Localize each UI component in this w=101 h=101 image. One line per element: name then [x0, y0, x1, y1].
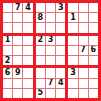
cell-r1c3[interactable]: 4 [23, 3, 32, 12]
cell-r7c2[interactable]: 9 [13, 68, 22, 77]
cell-r3c2[interactable] [13, 23, 22, 32]
cell-r1c8[interactable] [79, 3, 88, 12]
cell-r2c3[interactable] [23, 13, 32, 22]
cell-r5c1[interactable] [3, 46, 12, 55]
cell-r8c3[interactable] [23, 79, 32, 88]
cell-r3c6[interactable] [56, 23, 65, 32]
cell-r2c4[interactable]: 8 [36, 13, 45, 22]
cell-r5c7[interactable] [68, 46, 77, 55]
cell-r6c1[interactable]: 2 [3, 56, 12, 65]
cell-r9c1[interactable] [3, 89, 12, 98]
cell-r4c3[interactable] [23, 36, 32, 45]
cell-r5c6[interactable] [56, 46, 65, 55]
box-8: 745 [36, 68, 66, 98]
cell-r1c2[interactable]: 7 [13, 3, 22, 12]
cell-r5c8[interactable]: 7 [79, 46, 88, 55]
cell-r6c2[interactable] [13, 56, 22, 65]
cell-r9c3[interactable] [23, 89, 32, 98]
cell-r4c2[interactable] [13, 36, 22, 45]
cell-r7c7[interactable]: 3 [68, 68, 77, 77]
cell-r4c8[interactable] [79, 36, 88, 45]
cell-r2c1[interactable] [3, 13, 12, 22]
cell-r3c8[interactable] [79, 23, 88, 32]
cell-r8c9[interactable] [89, 79, 98, 88]
cell-r4c4[interactable]: 2 [36, 36, 45, 45]
cell-r7c5[interactable] [46, 68, 55, 77]
cell-r1c5[interactable] [46, 3, 55, 12]
cell-r5c5[interactable] [46, 46, 55, 55]
box-3: 1 [68, 3, 98, 33]
cell-r2c8[interactable] [79, 13, 88, 22]
cell-r1c6[interactable]: 3 [56, 3, 65, 12]
cell-r3c1[interactable] [3, 23, 12, 32]
cell-r5c2[interactable] [13, 46, 22, 55]
cell-r1c1[interactable] [3, 3, 12, 12]
cell-r6c5[interactable] [46, 56, 55, 65]
cell-r9c6[interactable] [56, 89, 65, 98]
box-2: 38 [36, 3, 66, 33]
sudoku-board: 74381122376697453 [0, 0, 101, 101]
cell-r3c4[interactable] [36, 23, 45, 32]
cell-r5c3[interactable] [23, 46, 32, 55]
box-5: 23 [36, 36, 66, 66]
box-7: 69 [3, 68, 33, 98]
cell-r7c4[interactable] [36, 68, 45, 77]
cell-r7c6[interactable] [56, 68, 65, 77]
cell-r1c4[interactable] [36, 3, 45, 12]
box-6: 76 [68, 36, 98, 66]
cell-r8c4[interactable] [36, 79, 45, 88]
cell-r3c5[interactable] [46, 23, 55, 32]
cell-r9c5[interactable] [46, 89, 55, 98]
cell-r3c7[interactable] [68, 23, 77, 32]
box-9: 3 [68, 68, 98, 98]
cell-r9c7[interactable] [68, 89, 77, 98]
cell-r6c9[interactable] [89, 56, 98, 65]
cell-r7c8[interactable] [79, 68, 88, 77]
cell-r6c4[interactable] [36, 56, 45, 65]
cell-r4c1[interactable]: 1 [3, 36, 12, 45]
box-4: 12 [3, 36, 33, 66]
cell-r7c3[interactable] [23, 68, 32, 77]
cell-r2c2[interactable] [13, 13, 22, 22]
cell-r8c1[interactable] [3, 79, 12, 88]
cell-r8c2[interactable] [13, 79, 22, 88]
cell-r7c9[interactable] [89, 68, 98, 77]
cell-r5c4[interactable] [36, 46, 45, 55]
cell-r3c3[interactable] [23, 23, 32, 32]
cell-r4c9[interactable] [89, 36, 98, 45]
cell-r6c3[interactable] [23, 56, 32, 65]
cell-r1c7[interactable] [68, 3, 77, 12]
cell-r6c7[interactable] [68, 56, 77, 65]
box-1: 74 [3, 3, 33, 33]
cell-r8c6[interactable]: 4 [56, 79, 65, 88]
cell-r8c7[interactable] [68, 79, 77, 88]
cell-r4c6[interactable] [56, 36, 65, 45]
cell-r4c5[interactable]: 3 [46, 36, 55, 45]
cell-r4c7[interactable] [68, 36, 77, 45]
cell-r9c9[interactable] [89, 89, 98, 98]
cell-r2c6[interactable] [56, 13, 65, 22]
cell-r9c8[interactable] [79, 89, 88, 98]
cell-r9c2[interactable] [13, 89, 22, 98]
cell-r3c9[interactable] [89, 23, 98, 32]
cell-r7c1[interactable]: 6 [3, 68, 12, 77]
cell-r5c9[interactable]: 6 [89, 46, 98, 55]
cell-r6c6[interactable] [56, 56, 65, 65]
cell-r8c5[interactable]: 7 [46, 79, 55, 88]
cell-r1c9[interactable] [89, 3, 98, 12]
cell-r9c4[interactable]: 5 [36, 89, 45, 98]
cell-r8c8[interactable] [79, 79, 88, 88]
cell-r2c5[interactable] [46, 13, 55, 22]
cell-r2c7[interactable]: 1 [68, 13, 77, 22]
cell-r2c9[interactable] [89, 13, 98, 22]
cell-r6c8[interactable] [79, 56, 88, 65]
